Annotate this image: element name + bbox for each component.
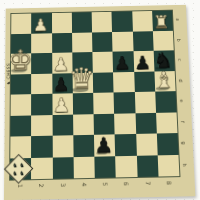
square-e6[interactable] [114, 92, 135, 113]
file-label-h: h [182, 161, 188, 167]
square-a5[interactable] [92, 12, 113, 32]
square-h3[interactable] [52, 157, 73, 179]
square-a4[interactable] [72, 12, 92, 32]
square-g7[interactable] [136, 133, 158, 155]
piece-black-pawn-g5[interactable]: ♟ [93, 135, 114, 156]
square-a7[interactable] [132, 11, 153, 31]
square-h4[interactable] [73, 156, 94, 178]
square-f4[interactable] [73, 114, 94, 136]
square-h7[interactable] [136, 155, 158, 177]
square-e1[interactable] [11, 94, 32, 115]
square-g1[interactable] [10, 136, 31, 158]
piece-white-rook-a8[interactable]: ♜ [152, 13, 171, 31]
piece-black-pawn-c7[interactable]: ♟ [133, 53, 152, 71]
piece-black-pawn-c6[interactable]: ♟ [113, 54, 132, 72]
square-a6[interactable] [112, 11, 133, 31]
logo-knight-icon: ♞ [12, 169, 19, 177]
square-d1[interactable] [11, 74, 32, 95]
square-b6[interactable] [112, 31, 133, 51]
photo-scene: ♜♟♞♟♟♟♚♝♛♟♟♟ 12345678abcdefgh ♞ CHESS ♞♞… [0, 0, 200, 200]
piece-white-pawn-e3[interactable]: ♟ [52, 95, 72, 115]
square-g8[interactable] [157, 133, 179, 155]
piece-black-pawn-d3[interactable]: ♟ [52, 75, 71, 94]
square-b4[interactable] [72, 32, 93, 52]
square-f5[interactable] [94, 113, 115, 135]
square-f2[interactable] [31, 115, 52, 137]
piece-white-pawn-a2[interactable]: ♟ [32, 16, 49, 33]
square-e2[interactable] [31, 94, 52, 115]
rank-label-8: 8 [165, 180, 172, 186]
rank-label-2: 2 [38, 182, 45, 188]
square-f1[interactable] [10, 115, 31, 137]
chess-board: ♜♟♞♟♟♟♚♝♛♟♟♟ 12345678abcdefgh ♞ CHESS ♞♞… [4, 5, 195, 200]
square-f7[interactable] [135, 112, 157, 134]
rank-label-7: 7 [144, 180, 151, 186]
square-a1[interactable] [11, 14, 31, 34]
square-h8[interactable] [157, 154, 179, 176]
rank-label-4: 4 [80, 182, 87, 188]
rank-label-5: 5 [101, 181, 108, 187]
square-c2[interactable] [31, 53, 51, 74]
square-h6[interactable] [115, 155, 137, 177]
square-g4[interactable] [73, 135, 94, 157]
file-label-f: f [180, 119, 186, 125]
square-b2[interactable] [31, 33, 51, 53]
logo-knight-icon: ♞ [12, 161, 19, 169]
logo-knight-icon: ♞ [19, 169, 26, 177]
square-g6[interactable] [115, 134, 137, 156]
piece-white-bishop-d8[interactable]: ♝ [152, 69, 175, 91]
file-label-c: c [177, 57, 183, 63]
square-e7[interactable] [134, 92, 155, 113]
board-brand-text: ♞ CHESS [6, 63, 11, 85]
file-label-g: g [181, 140, 187, 146]
square-f6[interactable] [114, 113, 135, 135]
coordinate-labels: 12345678abcdefgh [6, 5, 186, 9]
rank-label-6: 6 [123, 181, 130, 187]
square-h5[interactable] [94, 156, 116, 178]
square-b3[interactable] [52, 32, 72, 52]
file-label-e: e [179, 98, 185, 104]
square-e5[interactable] [93, 92, 114, 113]
square-d2[interactable] [31, 73, 52, 94]
square-f8[interactable] [156, 112, 178, 134]
file-label-b: b [176, 37, 182, 43]
square-b7[interactable] [132, 31, 153, 51]
square-e4[interactable] [73, 93, 94, 114]
piece-white-queen-d4[interactable]: ♛ [67, 64, 96, 93]
file-label-a: a [175, 17, 181, 23]
square-e8[interactable] [155, 91, 177, 112]
square-b5[interactable] [92, 32, 113, 52]
maker-logo-knights: ♞♞♞♞ [12, 161, 26, 177]
square-h2[interactable] [31, 157, 52, 179]
square-a3[interactable] [52, 13, 72, 33]
rank-label-3: 3 [59, 182, 66, 188]
square-f3[interactable] [52, 114, 73, 136]
logo-knight-icon: ♞ [19, 161, 26, 169]
file-label-d: d [178, 77, 184, 83]
square-g2[interactable] [31, 136, 52, 158]
square-d6[interactable] [113, 71, 134, 92]
square-g3[interactable] [52, 135, 73, 157]
